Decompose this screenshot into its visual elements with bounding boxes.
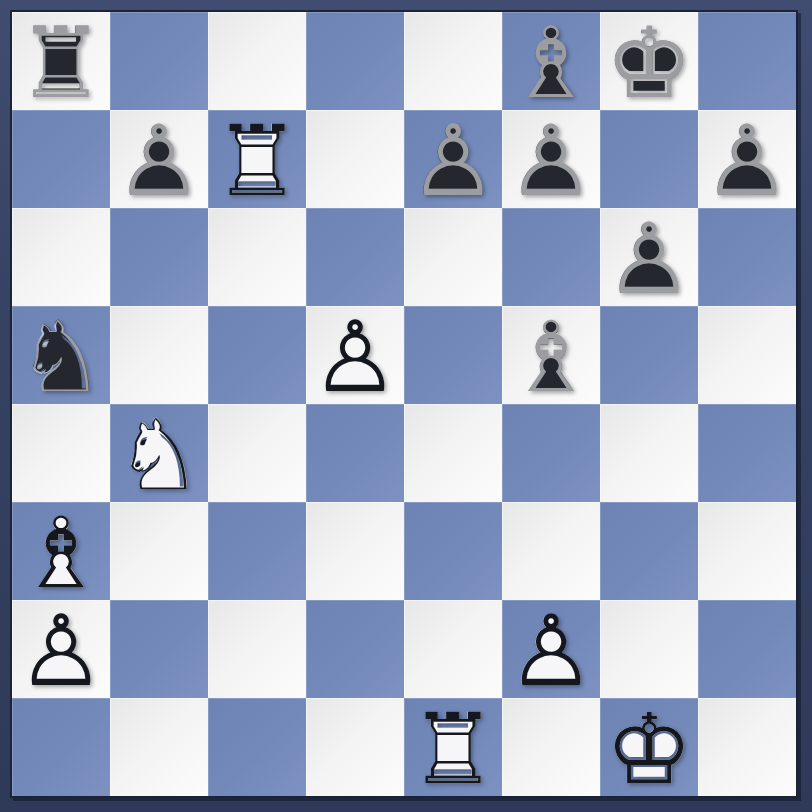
square-b5[interactable] [110,306,208,404]
white-rook-outline: ♖ [404,700,502,798]
black-bishop[interactable]: ♝♗ [502,306,600,404]
square-e6[interactable] [404,208,502,306]
white-pawn[interactable]: ♟♙ [502,600,600,698]
white-knight[interactable]: ♞♘ [110,404,208,502]
square-f1[interactable] [502,698,600,796]
board-frame: ♜♖♝♗♚♔♟♙♜♖♟♙♟♙♟♙♟♙♞♘♟♙♝♗♞♘♝♗♟♙♟♙♜♖♚♔ [0,0,812,812]
white-pawn-outline: ♙ [12,602,110,700]
white-pawn-outline: ♙ [502,602,600,700]
square-h2[interactable] [698,600,796,698]
square-a5[interactable]: ♞♘ [12,306,110,404]
square-b6[interactable] [110,208,208,306]
black-knight-outline: ♘ [12,308,110,406]
black-pawn[interactable]: ♟♙ [698,110,796,208]
black-knight[interactable]: ♞♘ [12,306,110,404]
black-rook-outline: ♖ [12,14,110,112]
square-h1[interactable] [698,698,796,796]
square-a7[interactable] [12,110,110,208]
square-a4[interactable] [12,404,110,502]
square-c1[interactable] [208,698,306,796]
square-c2[interactable] [208,600,306,698]
square-d1[interactable] [306,698,404,796]
square-c8[interactable] [208,12,306,110]
square-c5[interactable] [208,306,306,404]
black-pawn[interactable]: ♟♙ [502,110,600,208]
square-c6[interactable] [208,208,306,306]
white-pawn[interactable]: ♟♙ [12,600,110,698]
square-b7[interactable]: ♟♙ [110,110,208,208]
white-king-outline: ♔ [600,700,698,798]
black-king-outline: ♔ [600,14,698,112]
white-pawn-outline: ♙ [306,308,404,406]
white-pawn[interactable]: ♟♙ [306,306,404,404]
chess-board: ♜♖♝♗♚♔♟♙♜♖♟♙♟♙♟♙♟♙♞♘♟♙♝♗♞♘♝♗♟♙♟♙♜♖♚♔ [12,12,796,796]
black-king[interactable]: ♚♔ [600,12,698,110]
square-a8[interactable]: ♜♖ [12,12,110,110]
white-rook[interactable]: ♜♖ [208,110,306,208]
square-g3[interactable] [600,502,698,600]
black-bishop-outline: ♗ [502,308,600,406]
square-e1[interactable]: ♜♖ [404,698,502,796]
white-bishop-outline: ♗ [12,504,110,602]
square-g8[interactable]: ♚♔ [600,12,698,110]
square-a1[interactable] [12,698,110,796]
square-e3[interactable] [404,502,502,600]
black-pawn-outline: ♙ [698,112,796,210]
square-d8[interactable] [306,12,404,110]
square-e2[interactable] [404,600,502,698]
square-h8[interactable] [698,12,796,110]
square-g4[interactable] [600,404,698,502]
square-f3[interactable] [502,502,600,600]
square-f4[interactable] [502,404,600,502]
square-e5[interactable] [404,306,502,404]
square-b8[interactable] [110,12,208,110]
square-a2[interactable]: ♟♙ [12,600,110,698]
black-pawn[interactable]: ♟♙ [600,208,698,306]
black-bishop[interactable]: ♝♗ [502,12,600,110]
square-b1[interactable] [110,698,208,796]
white-rook[interactable]: ♜♖ [404,698,502,796]
square-h4[interactable] [698,404,796,502]
square-f7[interactable]: ♟♙ [502,110,600,208]
black-pawn[interactable]: ♟♙ [110,110,208,208]
white-king[interactable]: ♚♔ [600,698,698,796]
square-f8[interactable]: ♝♗ [502,12,600,110]
square-g7[interactable] [600,110,698,208]
square-d6[interactable] [306,208,404,306]
square-e4[interactable] [404,404,502,502]
square-c4[interactable] [208,404,306,502]
white-knight-outline: ♘ [110,406,208,504]
square-b2[interactable] [110,600,208,698]
white-rook-outline: ♖ [208,112,306,210]
square-d3[interactable] [306,502,404,600]
square-f6[interactable] [502,208,600,306]
black-pawn[interactable]: ♟♙ [404,110,502,208]
black-rook[interactable]: ♜♖ [12,12,110,110]
square-h5[interactable] [698,306,796,404]
square-h7[interactable]: ♟♙ [698,110,796,208]
square-h3[interactable] [698,502,796,600]
square-d4[interactable] [306,404,404,502]
square-a6[interactable] [12,208,110,306]
square-d5[interactable]: ♟♙ [306,306,404,404]
square-f2[interactable]: ♟♙ [502,600,600,698]
square-d2[interactable] [306,600,404,698]
square-c3[interactable] [208,502,306,600]
black-pawn-outline: ♙ [110,112,208,210]
black-bishop-outline: ♗ [502,14,600,112]
square-g6[interactable]: ♟♙ [600,208,698,306]
square-e7[interactable]: ♟♙ [404,110,502,208]
square-g2[interactable] [600,600,698,698]
square-d7[interactable] [306,110,404,208]
square-e8[interactable] [404,12,502,110]
square-g5[interactable] [600,306,698,404]
white-bishop[interactable]: ♝♗ [12,502,110,600]
square-b4[interactable]: ♞♘ [110,404,208,502]
square-c7[interactable]: ♜♖ [208,110,306,208]
square-f5[interactable]: ♝♗ [502,306,600,404]
black-pawn-outline: ♙ [600,210,698,308]
square-g1[interactable]: ♚♔ [600,698,698,796]
square-b3[interactable] [110,502,208,600]
black-pawn-outline: ♙ [502,112,600,210]
square-h6[interactable] [698,208,796,306]
square-a3[interactable]: ♝♗ [12,502,110,600]
black-pawn-outline: ♙ [404,112,502,210]
